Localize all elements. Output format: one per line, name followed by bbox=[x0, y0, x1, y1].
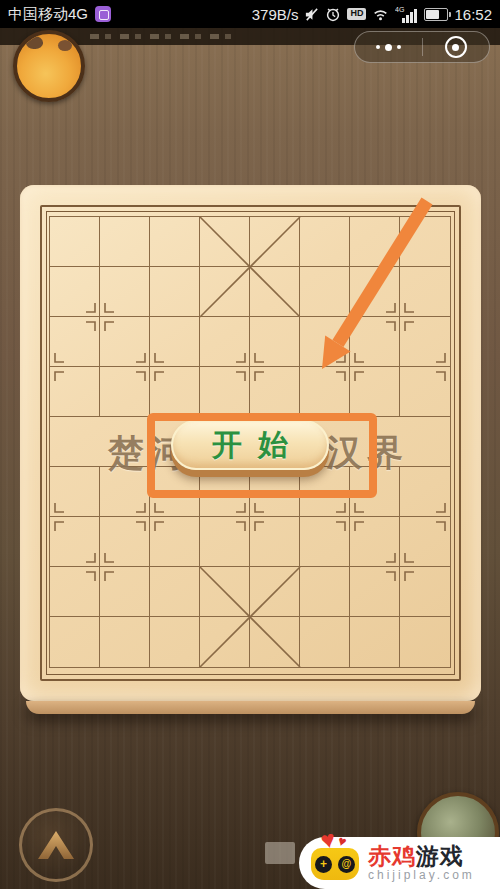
battery-icon bbox=[424, 8, 448, 21]
alarm-icon bbox=[325, 6, 341, 22]
close-minimize-button[interactable] bbox=[423, 32, 490, 62]
tutorial-highlight-rect bbox=[147, 413, 377, 498]
signal-bars-icon: 4G bbox=[395, 6, 418, 23]
watermark-text: 赤鸡游戏 chijiplay.com bbox=[368, 844, 475, 882]
svg-text:4G: 4G bbox=[395, 6, 404, 13]
brand-name-red: 赤鸡 bbox=[368, 843, 416, 869]
more-dots-icon bbox=[397, 45, 401, 49]
hd-icon: HD bbox=[347, 8, 366, 20]
scroll-top-button[interactable] bbox=[19, 808, 93, 882]
sim-app-badge-icon bbox=[95, 6, 111, 22]
more-dots-icon bbox=[376, 45, 380, 49]
brand-name-dark: 游戏 bbox=[416, 843, 464, 869]
game-logo-avatar bbox=[13, 30, 85, 102]
chevron-up-icon bbox=[34, 828, 78, 862]
heart-icon: ♥ bbox=[336, 833, 348, 849]
status-bar: 中国移动4G 379B/s HD 4G bbox=[0, 0, 500, 28]
gamepad-at-icon: @ bbox=[338, 856, 355, 873]
background-patch bbox=[265, 842, 295, 864]
wifi-icon bbox=[372, 7, 389, 21]
target-circle-icon bbox=[445, 36, 467, 58]
carrier-label: 中国移动4G bbox=[8, 5, 88, 24]
more-dots-icon bbox=[385, 44, 392, 51]
mute-icon bbox=[304, 7, 319, 22]
gamepad-cross-icon: + bbox=[315, 856, 332, 873]
brand-domain: chijiplay.com bbox=[368, 869, 475, 882]
network-speed: 379B/s bbox=[252, 6, 299, 23]
clock-time: 16:52 bbox=[454, 6, 492, 23]
more-menu-button[interactable] bbox=[355, 32, 422, 62]
screen: 中国移动4G 379B/s HD 4G bbox=[0, 0, 500, 889]
watermark: ♥ ♥ + @ 赤鸡游戏 chijiplay.com bbox=[299, 837, 500, 889]
gamepad-logo-icon: ♥ ♥ + @ bbox=[311, 844, 359, 882]
miniprogram-capsule bbox=[354, 31, 490, 63]
gamepad-body: + @ bbox=[311, 848, 359, 880]
